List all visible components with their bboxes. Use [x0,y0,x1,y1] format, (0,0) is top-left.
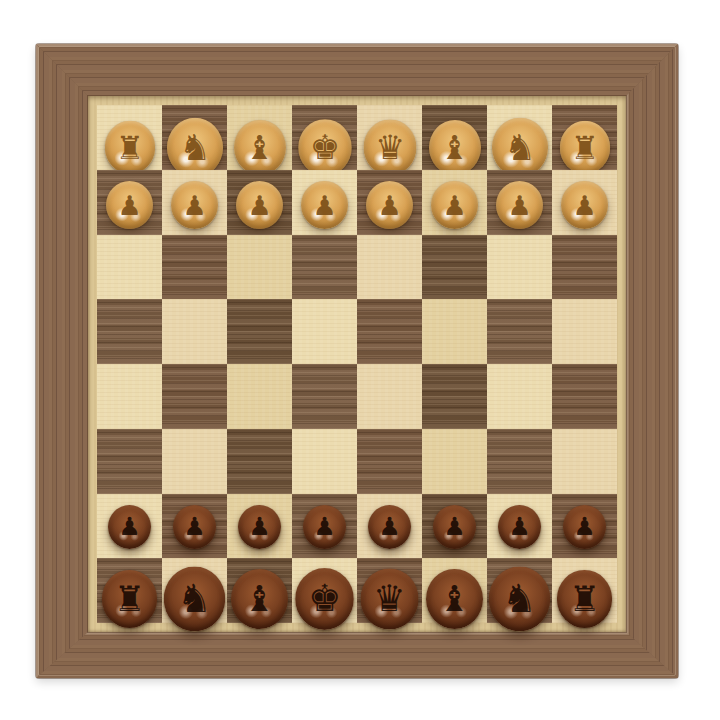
square-b5[interactable] [487,364,552,429]
square-b7[interactable]: ♟ [487,494,552,559]
square-g6[interactable] [162,429,227,494]
square-d5[interactable] [357,364,422,429]
piece-wK-e1[interactable]: ♚ [298,119,352,176]
square-b3[interactable] [487,235,552,300]
square-f8[interactable]: ♝ [227,558,292,623]
square-h2[interactable]: ♟ [97,170,162,235]
square-f2[interactable]: ♟ [227,170,292,235]
square-a8[interactable]: ♜ [552,558,617,623]
square-h4[interactable] [97,299,162,364]
square-h6[interactable] [97,429,162,494]
piece-wP-h2[interactable]: ♟ [106,181,153,229]
piece-wB-f1[interactable]: ♝ [234,120,286,175]
piece-wP-d2[interactable]: ♟ [366,181,413,229]
piece-wP-a2[interactable]: ♟ [561,181,608,229]
piece-bK-e8[interactable]: ♚ [295,568,354,630]
square-a6[interactable] [552,429,617,494]
square-h5[interactable] [97,364,162,429]
square-f4[interactable] [227,299,292,364]
board-frame-right [626,44,678,678]
square-b2[interactable]: ♟ [487,170,552,235]
board-grid: ♜♞♝♚♛♝♞♜♟♟♟♟♟♟♟♟♟♟♟♟♟♟♟♟♜♞♝♚♛♝♞♜ [97,105,617,623]
square-g5[interactable] [162,364,227,429]
square-b1[interactable]: ♞ [487,105,552,170]
square-e5[interactable] [292,364,357,429]
piece-bB-c8[interactable]: ♝ [426,569,483,629]
square-e8[interactable]: ♚ [292,558,357,623]
square-h8[interactable]: ♜ [97,558,162,623]
piece-wP-f2[interactable]: ♟ [236,181,283,229]
piece-wN-g1[interactable]: ♞ [166,118,222,177]
piece-bR-h8[interactable]: ♜ [102,570,157,628]
square-f6[interactable] [227,429,292,494]
square-a7[interactable]: ♟ [552,494,617,559]
piece-bP-b7[interactable]: ♟ [498,505,541,549]
square-d6[interactable] [357,429,422,494]
square-b8[interactable]: ♞ [487,558,552,623]
square-h3[interactable] [97,235,162,300]
square-c3[interactable] [422,235,487,300]
piece-bR-a8[interactable]: ♜ [557,570,612,628]
square-e3[interactable] [292,235,357,300]
square-h7[interactable]: ♟ [97,494,162,559]
piece-bB-f8[interactable]: ♝ [231,569,288,629]
square-a2[interactable]: ♟ [552,170,617,235]
piece-wP-g2[interactable]: ♟ [171,181,218,229]
piece-wR-h1[interactable]: ♜ [104,121,154,174]
piece-bN-b8[interactable]: ♞ [489,566,551,631]
piece-bP-e7[interactable]: ♟ [303,505,346,549]
square-c8[interactable]: ♝ [422,558,487,623]
piece-wP-c2[interactable]: ♟ [431,181,478,229]
square-g3[interactable] [162,235,227,300]
square-c1[interactable]: ♝ [422,105,487,170]
piece-bP-g7[interactable]: ♟ [173,505,216,549]
square-d3[interactable] [357,235,422,300]
square-e4[interactable] [292,299,357,364]
board-frame-bottom [36,632,678,678]
square-c4[interactable] [422,299,487,364]
square-d8[interactable]: ♛ [357,558,422,623]
piece-bP-f7[interactable]: ♟ [238,505,281,549]
square-e6[interactable] [292,429,357,494]
square-f3[interactable] [227,235,292,300]
square-g2[interactable]: ♟ [162,170,227,235]
piece-bP-h7[interactable]: ♟ [108,505,151,549]
square-c5[interactable] [422,364,487,429]
square-f7[interactable]: ♟ [227,494,292,559]
square-a1[interactable]: ♜ [552,105,617,170]
square-g1[interactable]: ♞ [162,105,227,170]
square-g8[interactable]: ♞ [162,558,227,623]
piece-wR-a1[interactable]: ♜ [559,121,609,174]
square-h1[interactable]: ♜ [97,105,162,170]
square-e7[interactable]: ♟ [292,494,357,559]
piece-wB-c1[interactable]: ♝ [429,120,481,175]
square-d7[interactable]: ♟ [357,494,422,559]
photo-background: ♜♞♝♚♛♝♞♜♟♟♟♟♟♟♟♟♟♟♟♟♟♟♟♟♜♞♝♚♛♝♞♜ [0,0,720,720]
square-c2[interactable]: ♟ [422,170,487,235]
square-a5[interactable] [552,364,617,429]
square-g7[interactable]: ♟ [162,494,227,559]
square-f5[interactable] [227,364,292,429]
square-e2[interactable]: ♟ [292,170,357,235]
square-b6[interactable] [487,429,552,494]
piece-bP-c7[interactable]: ♟ [433,505,476,549]
piece-wP-e2[interactable]: ♟ [301,181,348,229]
piece-bP-d7[interactable]: ♟ [368,505,411,549]
square-a4[interactable] [552,299,617,364]
piece-bP-a7[interactable]: ♟ [563,505,606,549]
piece-bN-g8[interactable]: ♞ [164,566,226,631]
square-g4[interactable] [162,299,227,364]
board-surface: ♜♞♝♚♛♝♞♜♟♟♟♟♟♟♟♟♟♟♟♟♟♟♟♟♜♞♝♚♛♝♞♜ [88,96,626,632]
piece-wQ-d1[interactable]: ♛ [363,119,416,175]
piece-bQ-d8[interactable]: ♛ [360,568,418,629]
square-c7[interactable]: ♟ [422,494,487,559]
square-f1[interactable]: ♝ [227,105,292,170]
square-d4[interactable] [357,299,422,364]
chess-board: ♜♞♝♚♛♝♞♜♟♟♟♟♟♟♟♟♟♟♟♟♟♟♟♟♜♞♝♚♛♝♞♜ [36,44,678,678]
piece-wP-b2[interactable]: ♟ [496,181,543,229]
square-d2[interactable]: ♟ [357,170,422,235]
square-e1[interactable]: ♚ [292,105,357,170]
piece-wN-b1[interactable]: ♞ [491,118,547,177]
board-frame-top [36,44,678,96]
square-a3[interactable] [552,235,617,300]
board-frame-left [36,44,88,678]
square-d1[interactable]: ♛ [357,105,422,170]
square-b4[interactable] [487,299,552,364]
square-c6[interactable] [422,429,487,494]
